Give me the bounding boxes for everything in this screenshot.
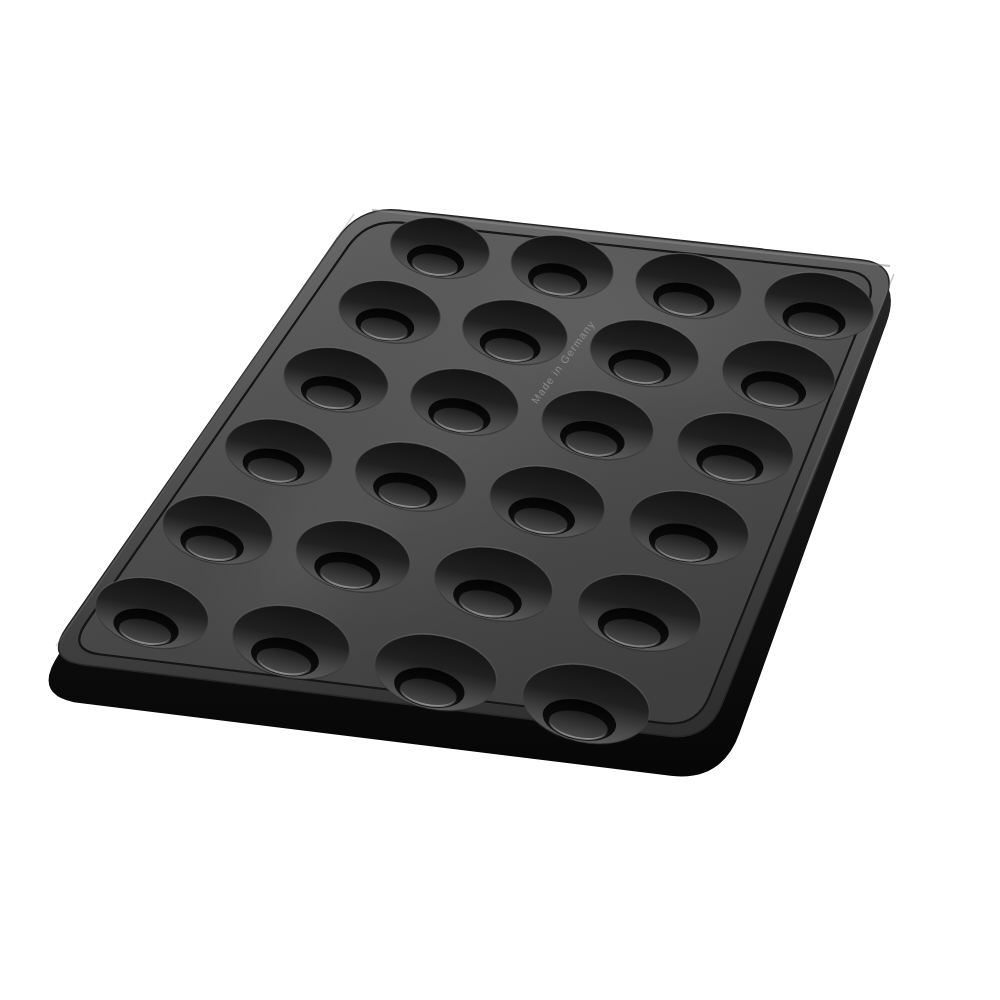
photo-stage: Made in Germany [0,0,1000,1000]
muffin-pan-photo: Made in Germany [0,0,1000,1000]
